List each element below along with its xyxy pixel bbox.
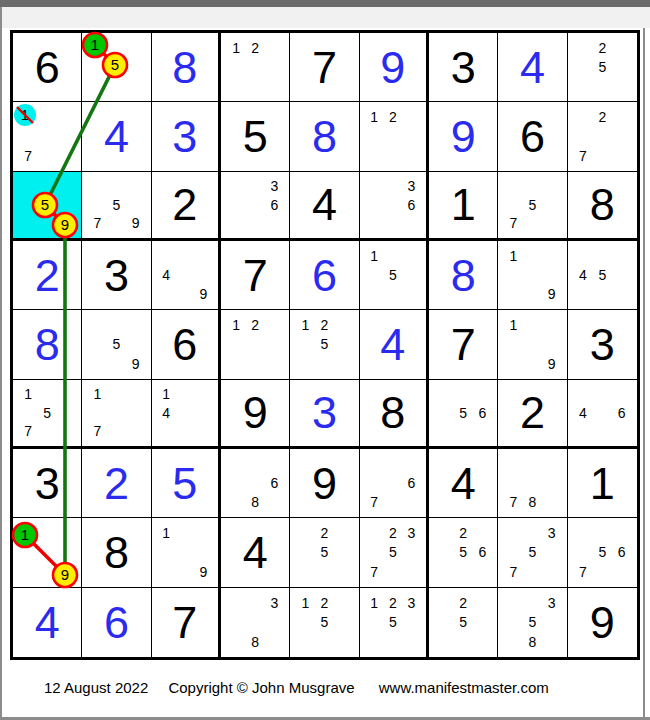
candidate-6: 6 [407, 198, 415, 212]
cell-r9c9[interactable]: 9 [568, 588, 637, 657]
candidate-6: 6 [407, 476, 415, 490]
cell-r5c1[interactable]: 8 [13, 310, 82, 379]
footer-website: www.manifestmaster.com [379, 679, 549, 696]
cell-r7c2[interactable]: 2 [82, 449, 151, 518]
cell-r4c2[interactable]: 3 [82, 241, 151, 310]
candidate-6: 6 [618, 406, 626, 420]
cell-r5c7[interactable]: 7 [429, 310, 498, 379]
candidate-7: 7 [24, 424, 32, 438]
cell-value: 9 [360, 33, 426, 101]
cell-value: 4 [13, 588, 81, 657]
cell-r5c8[interactable]: 19 [498, 310, 567, 379]
cell-r2c1[interactable]: 17 [13, 102, 82, 171]
window-edge-left [0, 7, 2, 720]
candidate-5: 5 [113, 60, 121, 74]
cell-value: 3 [568, 310, 637, 378]
cell-r1c8[interactable]: 4 [498, 33, 567, 102]
cell-r9c6[interactable]: 1235 [360, 588, 429, 657]
candidate-9: 9 [132, 357, 140, 371]
candidate-2: 2 [598, 110, 606, 124]
cell-value: 8 [290, 102, 358, 170]
cell-r1c6[interactable]: 9 [360, 33, 429, 102]
candidate-5: 5 [321, 337, 329, 351]
cell-value: 9 [568, 588, 637, 657]
cell-r8c5[interactable]: 25 [290, 518, 359, 587]
candidate-1: 1 [301, 318, 309, 332]
candidate-1: 1 [370, 249, 378, 263]
header-band [0, 7, 650, 28]
candidate-6: 6 [478, 545, 486, 559]
cell-r6c3[interactable]: 14 [152, 380, 221, 449]
candidate-6: 6 [270, 198, 278, 212]
cell-r7c7[interactable]: 4 [429, 449, 498, 518]
cell-r8c1[interactable]: 19 [13, 518, 82, 587]
candidate-2: 2 [251, 41, 259, 55]
cell-r5c5[interactable]: 125 [290, 310, 359, 379]
cell-r5c3[interactable]: 6 [152, 310, 221, 379]
cell-r6c4[interactable]: 9 [221, 380, 290, 449]
cell-r3c2[interactable]: 579 [82, 172, 151, 241]
candidate-5: 5 [459, 545, 467, 559]
footer: 12 August 2022 Copyright © John Musgrave… [44, 679, 549, 696]
cell-value: 8 [152, 33, 218, 101]
candidate-1: 1 [301, 596, 309, 610]
cell-r3c9[interactable]: 8 [568, 172, 637, 241]
candidate-1: 1 [370, 596, 378, 610]
cell-r2c4[interactable]: 5 [221, 102, 290, 171]
candidate-1: 1 [24, 110, 32, 124]
cell-r9c8[interactable]: 358 [498, 588, 567, 657]
cell-r2c3[interactable]: 3 [152, 102, 221, 171]
candidate-9: 9 [62, 565, 70, 579]
candidate-9: 9 [62, 216, 70, 230]
candidate-8: 8 [251, 635, 259, 649]
cell-value: 8 [82, 518, 150, 586]
candidate-3: 3 [407, 179, 415, 193]
cell-r7c4[interactable]: 68 [221, 449, 290, 518]
candidate-1: 1 [24, 387, 32, 401]
cell-value: 2 [152, 172, 218, 238]
cell-r6c7[interactable]: 56 [429, 380, 498, 449]
cell-value: 2 [82, 449, 150, 517]
cell-r2c7[interactable]: 9 [429, 102, 498, 171]
cell-r3c5[interactable]: 4 [290, 172, 359, 241]
candidate-5: 5 [459, 406, 467, 420]
candidate-1: 1 [509, 249, 517, 263]
cell-r3c4[interactable]: 36 [221, 172, 290, 241]
cell-r4c9[interactable]: 45 [568, 241, 637, 310]
candidate-9: 9 [132, 216, 140, 230]
cell-value: 2 [13, 241, 81, 309]
candidate-4: 4 [579, 406, 587, 420]
candidate-2: 2 [251, 318, 259, 332]
cell-value: 9 [290, 449, 358, 517]
cell-r6c6[interactable]: 8 [360, 380, 429, 449]
cell-value: 8 [429, 241, 497, 309]
cell-r4c1[interactable]: 2 [13, 241, 82, 310]
candidate-2: 2 [389, 526, 397, 540]
candidate-7: 7 [579, 565, 587, 579]
candidate-9: 9 [548, 357, 556, 371]
candidate-5: 5 [113, 198, 121, 212]
candidate-5: 5 [529, 545, 537, 559]
cell-value: 8 [568, 172, 637, 238]
candidate-3: 3 [270, 596, 278, 610]
cell-value: 6 [290, 241, 358, 309]
cell-value: 7 [152, 588, 218, 657]
cell-r9c2[interactable]: 6 [82, 588, 151, 657]
cell-r6c8[interactable]: 2 [498, 380, 567, 449]
cell-r7c3[interactable]: 5 [152, 449, 221, 518]
cell-value: 5 [221, 102, 289, 170]
candidate-2: 2 [459, 596, 467, 610]
cell-r6c2[interactable]: 17 [82, 380, 151, 449]
candidate-7: 7 [93, 216, 101, 230]
candidate-1: 1 [162, 526, 170, 540]
cell-value: 9 [221, 380, 289, 446]
candidate-7: 7 [509, 216, 517, 230]
candidate-9: 9 [199, 565, 207, 579]
candidate-4: 4 [162, 406, 170, 420]
cell-value: 7 [290, 33, 358, 101]
candidate-3: 3 [270, 179, 278, 193]
cell-value: 4 [82, 102, 150, 170]
candidate-5: 5 [389, 268, 397, 282]
cell-r3c8[interactable]: 57 [498, 172, 567, 241]
candidate-3: 3 [548, 526, 556, 540]
candidate-1: 1 [232, 318, 240, 332]
candidate-3: 3 [407, 526, 415, 540]
candidate-8: 8 [529, 495, 537, 509]
cell-r1c1[interactable]: 6 [13, 33, 82, 102]
candidate-2: 2 [321, 596, 329, 610]
candidate-5: 5 [321, 615, 329, 629]
candidate-1: 1 [93, 387, 101, 401]
cell-value: 2 [498, 380, 566, 446]
cell-value: 6 [82, 588, 150, 657]
cell-value: 7 [221, 241, 289, 309]
window-top-strip [0, 0, 650, 7]
cell-r7c8[interactable]: 78 [498, 449, 567, 518]
cell-value: 4 [221, 518, 289, 586]
candidate-5: 5 [113, 337, 121, 351]
cell-r2c2[interactable]: 4 [82, 102, 151, 171]
cell-r4c8[interactable]: 19 [498, 241, 567, 310]
candidate-2: 2 [459, 526, 467, 540]
cell-r8c2[interactable]: 8 [82, 518, 151, 587]
cell-r8c7[interactable]: 256 [429, 518, 498, 587]
cell-r9c1[interactable]: 4 [13, 588, 82, 657]
cell-r4c3[interactable]: 49 [152, 241, 221, 310]
candidate-6: 6 [618, 545, 626, 559]
candidate-6: 6 [270, 476, 278, 490]
candidate-7: 7 [370, 495, 378, 509]
candidate-8: 8 [251, 495, 259, 509]
cell-value: 4 [360, 310, 426, 378]
candidate-3: 3 [407, 596, 415, 610]
candidate-7: 7 [93, 424, 101, 438]
candidate-2: 2 [598, 41, 606, 55]
cell-value: 4 [290, 172, 358, 238]
cell-value: 9 [429, 102, 497, 170]
candidate-1: 1 [509, 318, 517, 332]
cell-r7c5[interactable]: 9 [290, 449, 359, 518]
cell-r3c6[interactable]: 36 [360, 172, 429, 241]
cell-value: 6 [498, 102, 566, 170]
footer-copyright: Copyright © John Musgrave [168, 679, 354, 696]
cell-r4c6[interactable]: 15 [360, 241, 429, 310]
cell-r7c9[interactable]: 1 [568, 449, 637, 518]
candidate-1: 1 [93, 41, 101, 55]
cell-value: 4 [498, 33, 566, 101]
cell-value: 8 [360, 380, 426, 446]
candidate-5: 5 [529, 615, 537, 629]
candidate-5: 5 [43, 198, 51, 212]
candidate-7: 7 [370, 565, 378, 579]
candidate-6: 6 [478, 406, 486, 420]
cell-value: 1 [429, 172, 497, 238]
cell-r2c5[interactable]: 8 [290, 102, 359, 171]
cell-value: 6 [152, 310, 218, 378]
board-grid: 6158127934251743581296275957923643615782… [10, 30, 640, 660]
cell-r2c8[interactable]: 6 [498, 102, 567, 171]
candidate-1: 1 [162, 387, 170, 401]
candidate-7: 7 [509, 565, 517, 579]
cell-r5c2[interactable]: 59 [82, 310, 151, 379]
candidate-7: 7 [509, 495, 517, 509]
candidate-3: 3 [548, 596, 556, 610]
window-edge-right [643, 28, 645, 720]
cell-r6c9[interactable]: 46 [568, 380, 637, 449]
candidate-5: 5 [389, 545, 397, 559]
cell-value: 6 [13, 33, 81, 101]
candidate-5: 5 [598, 545, 606, 559]
cell-r8c9[interactable]: 567 [568, 518, 637, 587]
cell-r7c1[interactable]: 3 [13, 449, 82, 518]
candidate-9: 9 [548, 287, 556, 301]
candidate-2: 2 [321, 526, 329, 540]
candidate-5: 5 [43, 406, 51, 420]
cell-r1c3[interactable]: 8 [152, 33, 221, 102]
candidate-4: 4 [579, 268, 587, 282]
cell-r8c8[interactable]: 357 [498, 518, 567, 587]
cell-r9c7[interactable]: 25 [429, 588, 498, 657]
cell-r7c6[interactable]: 67 [360, 449, 429, 518]
candidate-5: 5 [598, 268, 606, 282]
candidate-7: 7 [24, 149, 32, 163]
cell-r4c7[interactable]: 8 [429, 241, 498, 310]
cell-r9c4[interactable]: 38 [221, 588, 290, 657]
cell-r4c5[interactable]: 6 [290, 241, 359, 310]
candidate-2: 2 [389, 596, 397, 610]
candidate-8: 8 [529, 635, 537, 649]
candidate-5: 5 [459, 615, 467, 629]
cell-r5c6[interactable]: 4 [360, 310, 429, 379]
cell-r1c7[interactable]: 3 [429, 33, 498, 102]
candidate-1: 1 [370, 110, 378, 124]
cell-r3c1[interactable]: 59 [13, 172, 82, 241]
candidate-2: 2 [321, 318, 329, 332]
candidate-9: 9 [199, 287, 207, 301]
cell-value: 5 [152, 449, 218, 517]
cell-value: 1 [568, 449, 637, 517]
footer-date: 12 August 2022 [44, 679, 148, 696]
cell-value: 3 [82, 241, 150, 309]
candidate-2: 2 [389, 110, 397, 124]
candidate-7: 7 [579, 149, 587, 163]
cell-r2c9[interactable]: 27 [568, 102, 637, 171]
candidate-1: 1 [232, 41, 240, 55]
cell-r1c9[interactable]: 25 [568, 33, 637, 102]
cell-r5c9[interactable]: 3 [568, 310, 637, 379]
cell-value: 4 [429, 449, 497, 517]
cell-r2c6[interactable]: 12 [360, 102, 429, 171]
cell-r3c7[interactable]: 1 [429, 172, 498, 241]
cell-value: 7 [429, 310, 497, 378]
candidate-4: 4 [162, 268, 170, 282]
cell-r9c3[interactable]: 7 [152, 588, 221, 657]
cell-r8c4[interactable]: 4 [221, 518, 290, 587]
cell-r8c3[interactable]: 19 [152, 518, 221, 587]
cell-r3c3[interactable]: 2 [152, 172, 221, 241]
cell-r5c4[interactable]: 12 [221, 310, 290, 379]
candidate-5: 5 [389, 615, 397, 629]
cell-value: 3 [429, 33, 497, 101]
cell-r1c2[interactable]: 15 [82, 33, 151, 102]
cell-r8c6[interactable]: 2357 [360, 518, 429, 587]
candidate-5: 5 [598, 60, 606, 74]
candidate-1: 1 [24, 526, 32, 540]
cell-value: 3 [152, 102, 218, 170]
cell-r9c5[interactable]: 125 [290, 588, 359, 657]
cell-r1c5[interactable]: 7 [290, 33, 359, 102]
cell-r6c5[interactable]: 3 [290, 380, 359, 449]
candidate-5: 5 [529, 198, 537, 212]
cell-r1c4[interactable]: 12 [221, 33, 290, 102]
candidate-5: 5 [321, 545, 329, 559]
cell-r4c4[interactable]: 7 [221, 241, 290, 310]
cell-value: 3 [290, 380, 358, 446]
cell-r6c1[interactable]: 157 [13, 380, 82, 449]
cell-value: 8 [13, 310, 81, 378]
cell-value: 3 [13, 449, 81, 517]
